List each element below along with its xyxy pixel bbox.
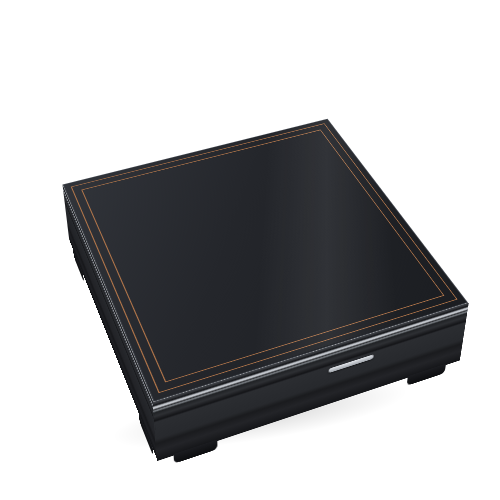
chess-set-scene xyxy=(0,0,500,500)
drawer-handle[interactable] xyxy=(329,354,374,373)
chess-box xyxy=(63,119,468,402)
box-foot xyxy=(73,248,84,283)
box-foot xyxy=(407,364,446,386)
box-foot xyxy=(174,440,218,464)
product-photo xyxy=(0,0,500,500)
